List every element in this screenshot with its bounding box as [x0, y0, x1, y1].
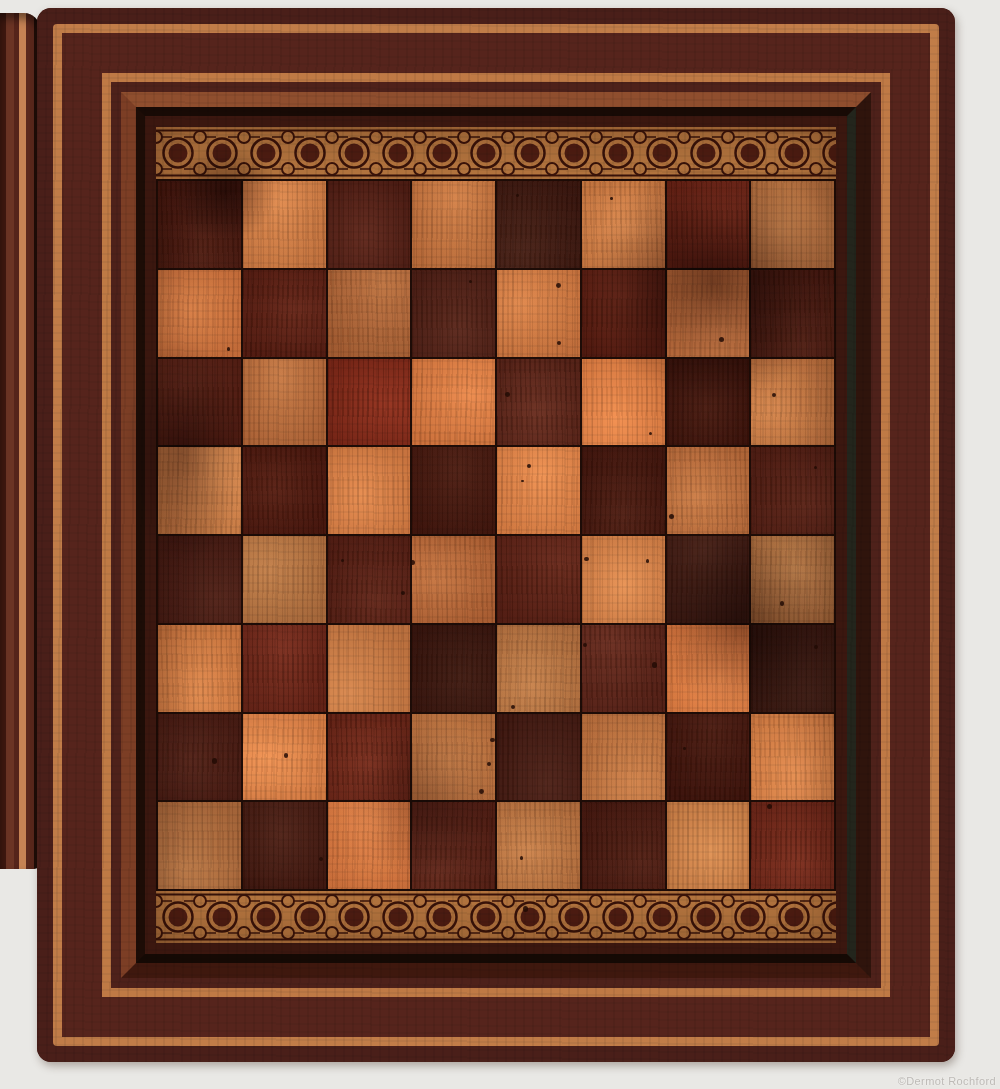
square-c4[interactable] [328, 536, 411, 623]
square-f4[interactable] [582, 536, 665, 623]
square-a8[interactable] [158, 181, 241, 268]
square-f6[interactable] [582, 359, 665, 446]
square-a3[interactable] [158, 625, 241, 712]
square-a4[interactable] [158, 536, 241, 623]
square-c5[interactable] [328, 447, 411, 534]
square-f5[interactable] [582, 447, 665, 534]
square-e6[interactable] [497, 359, 580, 446]
square-g1[interactable] [667, 802, 750, 889]
square-h5[interactable] [751, 447, 834, 534]
square-c2[interactable] [328, 714, 411, 801]
square-e3[interactable] [497, 625, 580, 712]
square-e2[interactable] [497, 714, 580, 801]
square-g7[interactable] [667, 270, 750, 357]
square-g8[interactable] [667, 181, 750, 268]
square-b5[interactable] [243, 447, 326, 534]
square-f1[interactable] [582, 802, 665, 889]
playing-panel [145, 116, 847, 954]
square-e4[interactable] [497, 536, 580, 623]
square-a5[interactable] [158, 447, 241, 534]
square-d1[interactable] [412, 802, 495, 889]
square-a1[interactable] [158, 802, 241, 889]
square-h2[interactable] [751, 714, 834, 801]
guilloche-band-bottom [156, 891, 836, 943]
square-e1[interactable] [497, 802, 580, 889]
square-f7[interactable] [582, 270, 665, 357]
square-c1[interactable] [328, 802, 411, 889]
square-e5[interactable] [497, 447, 580, 534]
square-h6[interactable] [751, 359, 834, 446]
frame-groove [136, 107, 856, 963]
companion-board-edge [0, 13, 40, 869]
square-b3[interactable] [243, 625, 326, 712]
square-d4[interactable] [412, 536, 495, 623]
chessboard [37, 8, 955, 1062]
square-d5[interactable] [412, 447, 495, 534]
square-g5[interactable] [667, 447, 750, 534]
frame-molding [121, 92, 871, 978]
square-f8[interactable] [582, 181, 665, 268]
photo-background: ©Dermot Rochford [0, 0, 1000, 1089]
square-f3[interactable] [582, 625, 665, 712]
square-g2[interactable] [667, 714, 750, 801]
square-b1[interactable] [243, 802, 326, 889]
square-g4[interactable] [667, 536, 750, 623]
square-c7[interactable] [328, 270, 411, 357]
square-b4[interactable] [243, 536, 326, 623]
square-b7[interactable] [243, 270, 326, 357]
square-d8[interactable] [412, 181, 495, 268]
square-h8[interactable] [751, 181, 834, 268]
square-d7[interactable] [412, 270, 495, 357]
square-d3[interactable] [412, 625, 495, 712]
square-c3[interactable] [328, 625, 411, 712]
square-g6[interactable] [667, 359, 750, 446]
square-b8[interactable] [243, 181, 326, 268]
square-h3[interactable] [751, 625, 834, 712]
square-a7[interactable] [158, 270, 241, 357]
square-d6[interactable] [412, 359, 495, 446]
square-a2[interactable] [158, 714, 241, 801]
square-e7[interactable] [497, 270, 580, 357]
square-a6[interactable] [158, 359, 241, 446]
square-e8[interactable] [497, 181, 580, 268]
square-c8[interactable] [328, 181, 411, 268]
watermark: ©Dermot Rochford [898, 1075, 996, 1087]
checkerboard-grid [156, 179, 836, 891]
square-f2[interactable] [582, 714, 665, 801]
square-g3[interactable] [667, 625, 750, 712]
square-c6[interactable] [328, 359, 411, 446]
square-h1[interactable] [751, 802, 834, 889]
square-b6[interactable] [243, 359, 326, 446]
square-h4[interactable] [751, 536, 834, 623]
guilloche-band-top [156, 127, 836, 179]
square-d2[interactable] [412, 714, 495, 801]
square-h7[interactable] [751, 270, 834, 357]
square-b2[interactable] [243, 714, 326, 801]
